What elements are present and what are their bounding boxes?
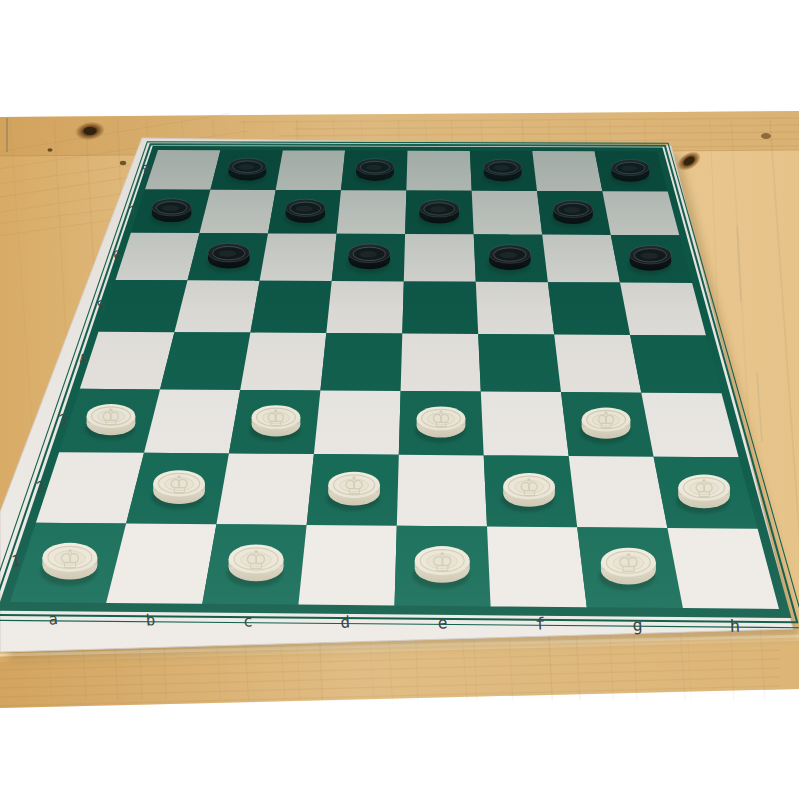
square-b4[interactable] xyxy=(160,332,250,390)
crown-stamp: ♔ xyxy=(343,471,365,500)
piece-white-c3[interactable]: ♔ xyxy=(250,405,301,441)
crown-stamp: ♔ xyxy=(244,545,267,575)
square-h4[interactable] xyxy=(630,335,721,393)
square-b5[interactable] xyxy=(174,280,259,332)
file-label-h: h xyxy=(729,616,740,636)
piece-white-f2[interactable]: ♔ xyxy=(501,473,555,512)
piece-black-h8[interactable] xyxy=(610,160,649,185)
file-label-b: b xyxy=(145,611,156,630)
square-g2[interactable] xyxy=(569,456,668,528)
checkers-board-photo: ♔♔♔♔♔♔♔♔♔♔♔♔87654321abcdefgh xyxy=(0,0,799,799)
file-label-f: f xyxy=(535,614,546,633)
crown-stamp: ♔ xyxy=(431,547,454,577)
square-c8[interactable] xyxy=(276,150,345,190)
piece-white-h2[interactable]: ♔ xyxy=(676,474,730,513)
file-label-a: a xyxy=(48,610,59,629)
square-h5[interactable] xyxy=(620,283,706,336)
square-d3[interactable] xyxy=(314,391,401,455)
square-e2[interactable] xyxy=(397,455,487,527)
crown-stamp: ♔ xyxy=(596,407,617,433)
square-g8[interactable] xyxy=(532,151,602,191)
file-label-e: e xyxy=(437,613,448,633)
piece-black-b8[interactable] xyxy=(227,158,266,183)
square-e8[interactable] xyxy=(406,151,471,191)
square-g5[interactable] xyxy=(548,282,630,335)
file-label-g: g xyxy=(632,615,643,635)
square-c6[interactable] xyxy=(260,233,337,281)
piece-white-e3[interactable]: ♔ xyxy=(415,406,466,442)
square-d4[interactable] xyxy=(320,333,402,391)
square-g4[interactable] xyxy=(554,335,641,393)
crown-stamp: ♔ xyxy=(266,405,287,431)
square-h7[interactable] xyxy=(602,191,679,235)
file-label-d: d xyxy=(340,612,351,632)
piece-black-e7[interactable] xyxy=(418,200,459,227)
square-e6[interactable] xyxy=(404,234,476,282)
square-d7[interactable] xyxy=(337,190,407,234)
crown-stamp: ♔ xyxy=(518,473,540,502)
crown-stamp: ♔ xyxy=(58,544,81,574)
square-d5[interactable] xyxy=(326,281,404,334)
square-b3[interactable] xyxy=(144,389,240,453)
piece-white-a3[interactable]: ♔ xyxy=(85,404,136,440)
piece-white-g3[interactable]: ♔ xyxy=(580,407,631,443)
square-f5[interactable] xyxy=(476,282,554,335)
square-c5[interactable] xyxy=(250,281,331,333)
piece-black-f6[interactable] xyxy=(487,245,530,274)
piece-white-b2[interactable]: ♔ xyxy=(151,470,205,509)
square-e4[interactable] xyxy=(401,334,481,392)
square-f4[interactable] xyxy=(478,334,561,392)
crown-stamp: ♔ xyxy=(431,406,452,432)
crown-stamp: ♔ xyxy=(168,470,190,499)
piece-black-d6[interactable] xyxy=(347,244,390,273)
file-label-c: c xyxy=(242,611,253,631)
piece-black-d8[interactable] xyxy=(355,159,394,184)
piece-black-g7[interactable] xyxy=(552,200,593,227)
square-a8[interactable] xyxy=(145,150,220,190)
square-c2[interactable] xyxy=(216,454,314,526)
square-g6[interactable] xyxy=(542,235,620,283)
piece-black-f8[interactable] xyxy=(482,159,521,184)
piece-white-c1[interactable]: ♔ xyxy=(226,544,283,587)
piece-white-e1[interactable]: ♔ xyxy=(413,546,470,589)
piece-black-c7[interactable] xyxy=(284,199,325,226)
piece-black-a7[interactable] xyxy=(150,199,191,226)
piece-white-g1[interactable]: ♔ xyxy=(599,548,656,591)
square-f1[interactable] xyxy=(487,527,587,608)
board-scene: ♔♔♔♔♔♔♔♔♔♔♔♔87654321abcdefgh xyxy=(0,0,799,799)
piece-black-b6[interactable] xyxy=(206,243,249,272)
crown-stamp: ♔ xyxy=(617,548,640,578)
crown-stamp: ♔ xyxy=(101,404,122,430)
square-d1[interactable] xyxy=(298,525,396,606)
piece-black-h6[interactable] xyxy=(628,245,671,274)
square-e5[interactable] xyxy=(402,281,478,334)
square-f3[interactable] xyxy=(481,392,569,456)
piece-white-a1[interactable]: ♔ xyxy=(40,543,97,586)
square-b7[interactable] xyxy=(200,190,276,234)
square-c4[interactable] xyxy=(240,333,326,391)
crown-stamp: ♔ xyxy=(693,474,715,503)
piece-white-d2[interactable]: ♔ xyxy=(326,471,380,510)
square-f7[interactable] xyxy=(472,191,543,235)
